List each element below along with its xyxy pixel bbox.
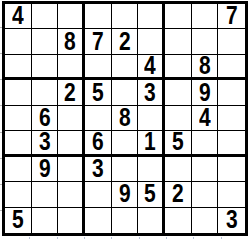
cell-r9c4[interactable] (85, 208, 112, 233)
cell-r3c3[interactable] (58, 55, 85, 80)
cell-r3c9[interactable] (218, 55, 245, 80)
given-digit: 8 (64, 29, 76, 53)
gridline-tick (0, 105, 2, 106)
cell-r4c6[interactable]: 3 (138, 80, 165, 105)
cell-r9c5[interactable] (112, 208, 139, 233)
cell-r9c2[interactable] (32, 208, 59, 233)
given-digit: 6 (39, 106, 51, 130)
cell-r2c5[interactable]: 2 (112, 29, 139, 54)
cell-r5c7[interactable] (165, 106, 192, 131)
cell-r6c2[interactable]: 3 (32, 131, 59, 156)
given-digit: 4 (12, 4, 24, 28)
cell-r4c9[interactable] (218, 80, 245, 105)
cell-r1c1[interactable]: 4 (5, 4, 32, 29)
cell-r7c7[interactable] (165, 157, 192, 182)
gridline-tick (193, 237, 194, 239)
cell-r4c1[interactable] (5, 80, 32, 105)
cell-r2c1[interactable] (5, 29, 32, 54)
cell-r1c9[interactable]: 7 (218, 4, 245, 29)
cell-r8c9[interactable] (218, 182, 245, 207)
given-digit: 7 (92, 29, 104, 53)
sudoku-page: 4787248253968436159395253 (0, 0, 250, 240)
cell-r8c4[interactable] (85, 182, 112, 207)
gridline-tick (111, 237, 112, 239)
cell-r7c6[interactable] (138, 157, 165, 182)
cell-r4c4[interactable]: 5 (85, 80, 112, 105)
cell-r1c7[interactable] (165, 4, 192, 29)
cell-r8c7[interactable]: 2 (165, 182, 192, 207)
gridline-tick (221, 237, 222, 239)
given-digit: 4 (199, 106, 211, 130)
given-digit: 3 (144, 80, 156, 104)
cell-r4c2[interactable] (32, 80, 59, 105)
cell-r5c9[interactable] (218, 106, 245, 131)
cell-r9c8[interactable] (192, 208, 219, 233)
cell-r8c2[interactable] (32, 182, 59, 207)
cell-r6c7[interactable]: 5 (165, 131, 192, 156)
given-digit: 8 (199, 55, 211, 78)
cell-r6c5[interactable] (112, 131, 139, 156)
gridline-tick (0, 53, 2, 54)
cell-r4c8[interactable]: 9 (192, 80, 219, 105)
cell-r5c5[interactable]: 8 (112, 106, 139, 131)
given-digit: 7 (226, 4, 238, 28)
cell-r3c4[interactable] (85, 55, 112, 80)
cell-r2c3[interactable]: 8 (58, 29, 85, 54)
cell-r8c8[interactable] (192, 182, 219, 207)
cell-r7c8[interactable] (192, 157, 219, 182)
cell-r6c8[interactable] (192, 131, 219, 156)
given-digit: 3 (92, 157, 104, 181)
gridline-tick (29, 237, 30, 239)
cell-r4c7[interactable] (165, 80, 192, 105)
given-digit: 2 (172, 182, 184, 206)
cell-r2c6[interactable] (138, 29, 165, 54)
gridline-tick (0, 210, 2, 211)
given-digit: 5 (12, 208, 24, 233)
cell-r5c1[interactable] (5, 106, 32, 131)
cell-r8c5[interactable]: 9 (112, 182, 139, 207)
given-digit: 5 (172, 131, 184, 154)
given-digit: 2 (64, 80, 76, 104)
cell-r7c2[interactable]: 9 (32, 157, 59, 182)
cell-r3c8[interactable]: 8 (192, 55, 219, 80)
cell-r5c3[interactable] (58, 106, 85, 131)
given-digit: 1 (144, 131, 156, 154)
cell-r3c7[interactable] (165, 55, 192, 80)
cell-r7c1[interactable] (5, 157, 32, 182)
cell-r6c6[interactable]: 1 (138, 131, 165, 156)
cell-r4c3[interactable]: 2 (58, 80, 85, 105)
gridline-tick (166, 237, 167, 239)
cell-r6c4[interactable]: 6 (85, 131, 112, 156)
gridline-tick (57, 237, 58, 239)
cell-r1c6[interactable] (138, 4, 165, 29)
cell-r4c5[interactable] (112, 80, 139, 105)
cell-r6c1[interactable] (5, 131, 32, 156)
cell-r9c1[interactable]: 5 (5, 208, 32, 233)
cell-r1c8[interactable] (192, 4, 219, 29)
given-digit: 9 (119, 182, 131, 206)
given-digit: 5 (144, 182, 156, 206)
cell-r5c4[interactable] (85, 106, 112, 131)
cell-r8c3[interactable] (58, 182, 85, 207)
given-digit: 9 (199, 80, 211, 104)
gridline-tick (0, 132, 2, 133)
gridline-tick (84, 237, 85, 239)
cell-r2c7[interactable] (165, 29, 192, 54)
cell-r1c2[interactable] (32, 4, 59, 29)
cell-r9c6[interactable] (138, 208, 165, 233)
cell-r3c1[interactable] (5, 55, 32, 80)
given-digit: 4 (144, 55, 156, 78)
given-digit: 5 (92, 80, 104, 104)
cell-r8c6[interactable]: 5 (138, 182, 165, 207)
cell-r2c4[interactable]: 7 (85, 29, 112, 54)
given-digit: 3 (39, 131, 51, 154)
cell-r2c8[interactable] (192, 29, 219, 54)
gridline-tick (0, 184, 2, 185)
cell-r7c3[interactable] (58, 157, 85, 182)
cell-r7c5[interactable] (112, 157, 139, 182)
cell-r9c7[interactable] (165, 208, 192, 233)
cell-r2c2[interactable] (32, 29, 59, 54)
given-digit: 3 (226, 208, 238, 233)
cell-r3c5[interactable] (112, 55, 139, 80)
given-digit: 6 (92, 131, 104, 154)
gridline-tick (0, 79, 2, 80)
cell-r5c6[interactable] (138, 106, 165, 131)
cell-r2c9[interactable] (218, 29, 245, 54)
cell-r5c2[interactable]: 6 (32, 106, 59, 131)
given-digit: 2 (119, 29, 131, 53)
cell-r1c3[interactable] (58, 4, 85, 29)
sudoku-board: 4787248253968436159395253 (2, 1, 248, 236)
given-digit: 9 (39, 157, 51, 181)
cell-r3c6[interactable]: 4 (138, 55, 165, 80)
gridline-tick (139, 237, 140, 239)
cell-r5c8[interactable]: 4 (192, 106, 219, 131)
gridline-tick (0, 27, 2, 28)
cell-r6c3[interactable] (58, 131, 85, 156)
cell-r3c2[interactable] (32, 55, 59, 80)
cell-r1c5[interactable] (112, 4, 139, 29)
cell-r7c4[interactable]: 3 (85, 157, 112, 182)
cell-r8c1[interactable] (5, 182, 32, 207)
cell-r9c3[interactable] (58, 208, 85, 233)
cell-r7c9[interactable] (218, 157, 245, 182)
cell-r9c9[interactable]: 3 (218, 208, 245, 233)
gridline-tick (0, 158, 2, 159)
given-digit: 8 (119, 106, 131, 130)
cell-r6c9[interactable] (218, 131, 245, 156)
cell-r1c4[interactable] (85, 4, 112, 29)
